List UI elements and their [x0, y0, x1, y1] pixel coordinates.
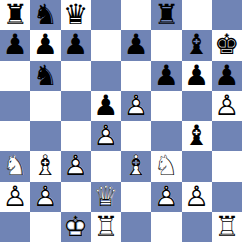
square-h4[interactable]: [212, 121, 242, 151]
piece-black-rook[interactable]: ♜: [151, 0, 181, 30]
square-c8[interactable]: ♛: [61, 0, 91, 30]
square-e7[interactable]: ♟: [121, 30, 151, 60]
square-d1[interactable]: ♜♖: [91, 212, 121, 242]
square-f5[interactable]: [151, 91, 181, 121]
piece-white-pawn[interactable]: ♟♙: [182, 182, 212, 212]
black-piece-glyph: ♟: [30, 30, 60, 60]
black-piece-glyph: ♟: [91, 91, 121, 121]
square-h2[interactable]: [212, 182, 242, 212]
square-f8[interactable]: ♜: [151, 0, 181, 30]
square-g6[interactable]: ♟: [182, 61, 212, 91]
piece-white-pawn[interactable]: ♟♙: [61, 151, 91, 181]
white-piece-outline-glyph: ♙: [61, 151, 91, 181]
square-g7[interactable]: ♝: [182, 30, 212, 60]
square-g3[interactable]: [182, 151, 212, 181]
square-b4[interactable]: [30, 121, 60, 151]
square-d8[interactable]: [91, 0, 121, 30]
square-e1[interactable]: [121, 212, 151, 242]
chess-board: ♜♞♛♜♟♟♟♟♝♚♞♟♟♟♟♟♙♟♙♟♙♝♞♘♝♗♟♙♝♗♞♘♟♙♟♙♛♕♟♙…: [0, 0, 242, 242]
piece-black-rook[interactable]: ♜: [0, 0, 30, 30]
white-piece-outline-glyph: ♙: [91, 121, 121, 151]
piece-black-pawn[interactable]: ♟: [121, 30, 151, 60]
piece-black-pawn[interactable]: ♟: [61, 30, 91, 60]
square-a3[interactable]: ♞♘: [0, 151, 30, 181]
black-piece-glyph: ♟: [182, 61, 212, 91]
square-c6[interactable]: [61, 61, 91, 91]
piece-black-pawn[interactable]: ♟: [0, 30, 30, 60]
black-piece-glyph: ♚: [212, 30, 242, 60]
square-c4[interactable]: [61, 121, 91, 151]
black-piece-glyph: ♞: [30, 0, 60, 30]
piece-white-pawn[interactable]: ♟♙: [30, 182, 60, 212]
square-h7[interactable]: ♚: [212, 30, 242, 60]
square-f7[interactable]: [151, 30, 181, 60]
square-f2[interactable]: ♟♙: [151, 182, 181, 212]
piece-black-pawn[interactable]: ♟: [151, 61, 181, 91]
square-a5[interactable]: [0, 91, 30, 121]
black-piece-glyph: ♟: [151, 61, 181, 91]
white-piece-outline-glyph: ♙: [151, 182, 181, 212]
square-a4[interactable]: [0, 121, 30, 151]
piece-black-bishop[interactable]: ♝: [182, 121, 212, 151]
white-piece-outline-glyph: ♖: [91, 212, 121, 242]
piece-white-queen[interactable]: ♛♕: [91, 182, 121, 212]
square-c5[interactable]: [61, 91, 91, 121]
square-g5[interactable]: [182, 91, 212, 121]
square-g2[interactable]: ♟♙: [182, 182, 212, 212]
piece-white-pawn[interactable]: ♟♙: [91, 121, 121, 151]
piece-white-king[interactable]: ♚♔: [61, 212, 91, 242]
piece-black-king[interactable]: ♚: [212, 30, 242, 60]
square-e8[interactable]: [121, 0, 151, 30]
black-piece-glyph: ♟: [61, 30, 91, 60]
square-d7[interactable]: [91, 30, 121, 60]
white-piece-outline-glyph: ♕: [91, 182, 121, 212]
black-piece-glyph: ♛: [61, 0, 91, 30]
piece-white-pawn[interactable]: ♟♙: [212, 91, 242, 121]
square-e4[interactable]: [121, 121, 151, 151]
white-piece-outline-glyph: ♗: [30, 151, 60, 181]
white-piece-outline-glyph: ♘: [0, 151, 30, 181]
piece-white-rook[interactable]: ♜♖: [91, 212, 121, 242]
square-d3[interactable]: [91, 151, 121, 181]
square-b7[interactable]: ♟: [30, 30, 60, 60]
piece-white-bishop[interactable]: ♝♗: [121, 151, 151, 181]
square-b6[interactable]: ♞: [30, 61, 60, 91]
piece-white-knight[interactable]: ♞♘: [0, 151, 30, 181]
square-a6[interactable]: [0, 61, 30, 91]
square-a8[interactable]: ♜: [0, 0, 30, 30]
square-d4[interactable]: ♟♙: [91, 121, 121, 151]
white-piece-outline-glyph: ♙: [121, 91, 151, 121]
piece-white-bishop[interactable]: ♝♗: [30, 151, 60, 181]
square-e5[interactable]: ♟♙: [121, 91, 151, 121]
square-b5[interactable]: [30, 91, 60, 121]
square-h6[interactable]: ♟: [212, 61, 242, 91]
square-h8[interactable]: [212, 0, 242, 30]
black-piece-glyph: ♝: [182, 30, 212, 60]
piece-black-bishop[interactable]: ♝: [182, 30, 212, 60]
black-piece-glyph: ♜: [151, 0, 181, 30]
black-piece-glyph: ♜: [0, 0, 30, 30]
square-h1[interactable]: ♜♖: [212, 212, 242, 242]
black-piece-glyph: ♞: [30, 61, 60, 91]
black-piece-glyph: ♟: [212, 61, 242, 91]
square-b3[interactable]: ♝♗: [30, 151, 60, 181]
square-a2[interactable]: ♟♙: [0, 182, 30, 212]
white-piece-outline-glyph: ♘: [151, 151, 181, 181]
piece-white-rook[interactable]: ♜♖: [212, 212, 242, 242]
square-e3[interactable]: ♝♗: [121, 151, 151, 181]
black-piece-glyph: ♟: [0, 30, 30, 60]
piece-white-pawn[interactable]: ♟♙: [0, 182, 30, 212]
black-piece-glyph: ♝: [182, 121, 212, 151]
piece-black-knight[interactable]: ♞: [30, 61, 60, 91]
white-piece-outline-glyph: ♔: [61, 212, 91, 242]
piece-white-pawn[interactable]: ♟♙: [151, 182, 181, 212]
white-piece-outline-glyph: ♙: [30, 182, 60, 212]
square-g8[interactable]: [182, 0, 212, 30]
piece-white-knight[interactable]: ♞♘: [151, 151, 181, 181]
piece-black-pawn[interactable]: ♟: [182, 61, 212, 91]
square-b2[interactable]: ♟♙: [30, 182, 60, 212]
piece-black-pawn[interactable]: ♟: [91, 91, 121, 121]
square-g4[interactable]: ♝: [182, 121, 212, 151]
square-b8[interactable]: ♞: [30, 0, 60, 30]
square-f3[interactable]: ♞♘: [151, 151, 181, 181]
white-piece-outline-glyph: ♙: [0, 182, 30, 212]
square-d2[interactable]: ♛♕: [91, 182, 121, 212]
piece-white-pawn[interactable]: ♟♙: [121, 91, 151, 121]
square-g1[interactable]: [182, 212, 212, 242]
white-piece-outline-glyph: ♙: [182, 182, 212, 212]
square-d5[interactable]: ♟: [91, 91, 121, 121]
square-c3[interactable]: ♟♙: [61, 151, 91, 181]
square-c1[interactable]: ♚♔: [61, 212, 91, 242]
square-c7[interactable]: ♟: [61, 30, 91, 60]
square-e2[interactable]: [121, 182, 151, 212]
square-h5[interactable]: ♟♙: [212, 91, 242, 121]
square-a1[interactable]: [0, 212, 30, 242]
square-a7[interactable]: ♟: [0, 30, 30, 60]
square-d6[interactable]: [91, 61, 121, 91]
black-piece-glyph: ♟: [121, 30, 151, 60]
square-f6[interactable]: ♟: [151, 61, 181, 91]
white-piece-outline-glyph: ♙: [212, 91, 242, 121]
piece-black-pawn[interactable]: ♟: [30, 30, 60, 60]
white-piece-outline-glyph: ♗: [121, 151, 151, 181]
square-c2[interactable]: [61, 182, 91, 212]
white-piece-outline-glyph: ♖: [212, 212, 242, 242]
square-e6[interactable]: [121, 61, 151, 91]
piece-black-pawn[interactable]: ♟: [212, 61, 242, 91]
square-b1[interactable]: [30, 212, 60, 242]
square-h3[interactable]: [212, 151, 242, 181]
square-f4[interactable]: [151, 121, 181, 151]
square-f1[interactable]: [151, 212, 181, 242]
piece-black-queen[interactable]: ♛: [61, 0, 91, 30]
piece-black-knight[interactable]: ♞: [30, 0, 60, 30]
